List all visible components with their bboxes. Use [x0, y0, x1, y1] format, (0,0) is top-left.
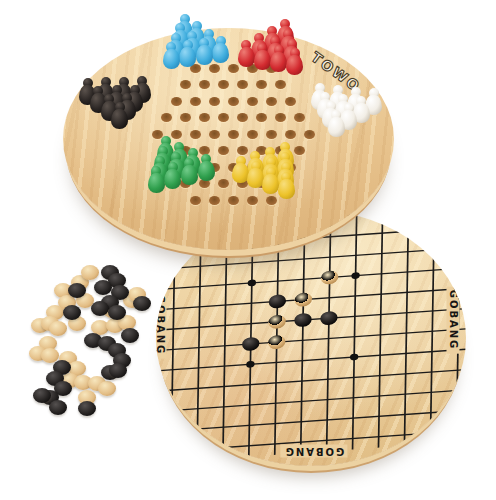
pile-stone-natural[interactable]: [81, 265, 99, 280]
board-hole: [190, 196, 201, 205]
peg-green[interactable]: [181, 158, 198, 185]
peg-blue[interactable]: [196, 38, 213, 65]
grid-line: [327, 210, 332, 451]
pile-stone-natural[interactable]: [98, 381, 116, 396]
grid-line: [171, 210, 176, 462]
star-point: [350, 354, 358, 361]
gobang-stone-natural[interactable]: [321, 270, 339, 285]
gobang-label-right: GOBANG: [447, 287, 460, 354]
grid-line: [156, 349, 466, 373]
star-point: [351, 272, 359, 279]
board-hole: [228, 196, 239, 205]
peg-body: [212, 43, 229, 63]
board-hole: [190, 130, 201, 139]
peg-red[interactable]: [238, 40, 255, 67]
peg-yellow[interactable]: [278, 172, 295, 199]
peg-red[interactable]: [286, 48, 303, 75]
board-hole: [209, 130, 220, 139]
board-hole: [180, 80, 191, 89]
board-hole: [218, 80, 229, 89]
grid-line: [156, 328, 466, 352]
grid-line: [275, 210, 280, 455]
board-hole: [285, 97, 296, 106]
peg-body: [254, 50, 271, 70]
gobang-stone-natural[interactable]: [295, 292, 313, 307]
pile-stone-black[interactable]: [78, 401, 96, 416]
board-hole: [237, 113, 248, 122]
board-hole: [266, 97, 277, 106]
board-hole: [190, 97, 201, 106]
pile-stone-black[interactable]: [63, 305, 81, 320]
pile-stone-black[interactable]: [121, 328, 139, 343]
board-hole: [237, 80, 248, 89]
gobang-stone-black[interactable]: [294, 313, 312, 328]
peg-red[interactable]: [254, 43, 271, 70]
gobang-label-bottom: GOBANG: [281, 445, 348, 458]
gobang-stone-black[interactable]: [242, 337, 260, 352]
grid-line: [353, 210, 358, 449]
board-hole: [209, 97, 220, 106]
board-hole: [266, 196, 277, 205]
board-hole: [161, 113, 172, 122]
pile-stone-black[interactable]: [49, 400, 67, 415]
peg-body: [148, 173, 165, 193]
star-point: [246, 361, 254, 368]
peg-body: [163, 49, 180, 69]
peg-black[interactable]: [111, 102, 128, 129]
board-hole: [218, 146, 229, 155]
board-hole: [180, 113, 191, 122]
peg-blue[interactable]: [163, 42, 180, 69]
pile-stone-black[interactable]: [91, 301, 109, 316]
board-hole: [209, 196, 220, 205]
grid-line: [156, 410, 466, 434]
peg-white[interactable]: [328, 110, 345, 137]
peg-body: [196, 45, 213, 65]
board-hole: [266, 130, 277, 139]
peg-red[interactable]: [270, 45, 287, 72]
peg-body: [111, 109, 128, 129]
peg-body: [181, 165, 198, 185]
pile-stone-black[interactable]: [33, 388, 51, 403]
peg-green[interactable]: [148, 166, 165, 193]
grid-line: [156, 369, 466, 393]
gobang-label-left: GOBANG: [156, 292, 167, 359]
board-hole: [218, 113, 229, 122]
gobang-stone-natural[interactable]: [268, 314, 286, 329]
board-hole: [247, 130, 258, 139]
grid-line: [430, 210, 435, 444]
peg-body: [328, 117, 345, 137]
star-point: [248, 279, 256, 286]
board-hole: [256, 80, 267, 89]
grid-line: [156, 390, 466, 414]
grid-line: [156, 247, 466, 271]
board-hole: [285, 130, 296, 139]
peg-body: [198, 161, 215, 181]
peg-blue[interactable]: [179, 40, 196, 67]
peg-body: [278, 179, 295, 199]
peg-body: [286, 55, 303, 75]
peg-body: [238, 47, 255, 67]
board-hole: [228, 130, 239, 139]
gobang-stone-black[interactable]: [269, 294, 287, 309]
pile-stone-black[interactable]: [68, 283, 86, 298]
grid-line: [404, 210, 409, 446]
board-hole: [294, 113, 305, 122]
board-hole: [228, 97, 239, 106]
peg-green[interactable]: [198, 154, 215, 181]
board-hole: [256, 113, 267, 122]
peg-body: [164, 169, 181, 189]
grid-line: [378, 210, 383, 448]
peg-green[interactable]: [164, 162, 181, 189]
board-hole: [218, 179, 229, 188]
grid-line: [301, 210, 306, 453]
board-hole: [199, 113, 210, 122]
board-hole: [171, 97, 182, 106]
gobang-stone-natural[interactable]: [268, 335, 286, 350]
pile-stone-black[interactable]: [108, 305, 126, 320]
board-hole: [247, 196, 258, 205]
board-hole: [247, 97, 258, 106]
peg-body: [179, 47, 196, 67]
board-hole: [304, 130, 315, 139]
grid-line: [156, 267, 466, 291]
peg-body: [270, 52, 287, 72]
pile-stone-black[interactable]: [133, 296, 151, 311]
board-hole: [275, 80, 286, 89]
board-hole: [294, 146, 305, 155]
pile-stone-natural[interactable]: [49, 321, 67, 336]
gobang-stone-black[interactable]: [320, 311, 338, 326]
peg-blue[interactable]: [212, 36, 229, 63]
product-photo-scene: GOBANG GOBANG GOBANG TOWO: [0, 0, 496, 500]
board-hole: [275, 113, 286, 122]
board-hole: [199, 80, 210, 89]
pile-stone-black[interactable]: [109, 363, 127, 378]
chinese-checkers-board: TOWO: [63, 28, 394, 250]
pile-stone-black[interactable]: [94, 280, 112, 295]
